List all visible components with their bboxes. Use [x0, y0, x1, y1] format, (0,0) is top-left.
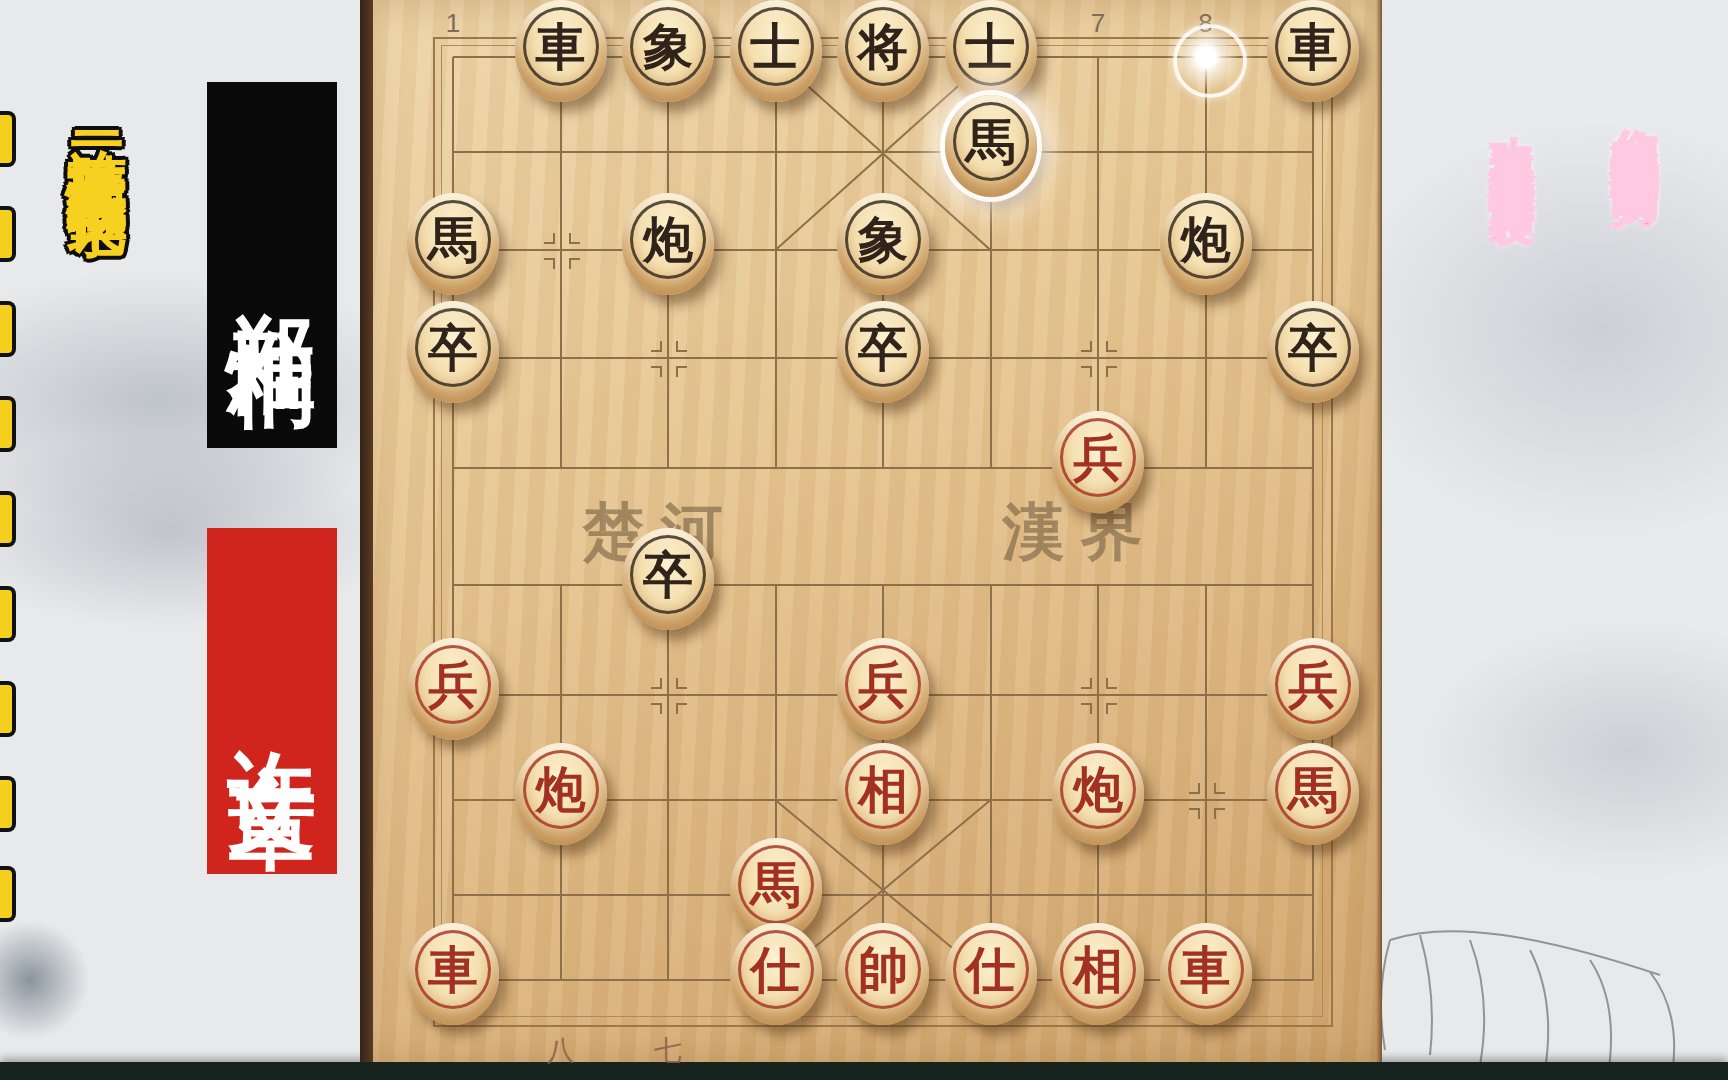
position-marker [1081, 366, 1092, 377]
piece-glyph: 炮 [1160, 215, 1252, 265]
piece-red-仕[interactable]: 仕 [945, 923, 1037, 1025]
player-name-black: 郑惟桐 [213, 241, 332, 289]
position-marker [1189, 783, 1200, 794]
piece-glyph: 象 [837, 215, 929, 265]
position-marker [676, 703, 687, 714]
piece-red-相[interactable]: 相 [1052, 923, 1144, 1025]
piece-black-象[interactable]: 象 [622, 0, 714, 102]
piece-glyph: 士 [945, 22, 1037, 72]
piece-red-帥[interactable]: 帥 [837, 923, 929, 1025]
piece-glyph: 馬 [1267, 765, 1359, 815]
piece-glyph: 兵 [407, 660, 499, 710]
piece-glyph: 象 [622, 22, 714, 72]
piece-red-兵[interactable]: 兵 [1052, 411, 1144, 513]
position-marker [1081, 341, 1092, 352]
position-marker [1214, 783, 1225, 794]
piece-red-炮[interactable]: 炮 [1052, 743, 1144, 845]
piece-glyph: 炮 [515, 765, 607, 815]
piece-glyph: 馬 [407, 215, 499, 265]
piece-glyph: 車 [407, 945, 499, 995]
clipped-caption-fragment [0, 685, 12, 733]
piece-black-卒[interactable]: 卒 [837, 301, 929, 403]
piece-glyph: 卒 [1267, 323, 1359, 373]
piece-glyph: 仕 [945, 945, 1037, 995]
piece-red-仕[interactable]: 仕 [730, 923, 822, 1025]
position-marker [651, 678, 662, 689]
caption-pink-inner: 欢迎棋迷朋友们点赞评论和转发 [1482, 102, 1542, 822]
player-name-box-red: 许文章 [207, 528, 337, 874]
piece-glyph: 将 [837, 22, 929, 72]
file-label-top-1: 1 [438, 8, 468, 39]
piece-glyph: 相 [1052, 945, 1144, 995]
file-label-bottom-2: 八 [544, 1032, 578, 1070]
piece-glyph: 兵 [1052, 433, 1144, 483]
position-marker [1081, 703, 1092, 714]
piece-black-車[interactable]: 車 [515, 0, 607, 102]
position-marker [1106, 678, 1117, 689]
player-name-red: 许文章 [213, 677, 332, 725]
willow-branch-drawing [1360, 880, 1728, 1080]
bottom-dark-band [0, 1062, 1728, 1080]
board-left-edge [360, 0, 373, 1062]
piece-black-炮[interactable]: 炮 [622, 193, 714, 295]
piece-black-象[interactable]: 象 [837, 193, 929, 295]
piece-red-相[interactable]: 相 [837, 743, 929, 845]
file-label-bottom-3: 七 [651, 1032, 685, 1070]
piece-glyph: 仕 [730, 945, 822, 995]
position-marker [569, 258, 580, 269]
piece-glyph: 馬 [730, 860, 822, 910]
position-marker [1106, 341, 1117, 352]
grid-vline-2-bottom [667, 585, 669, 980]
position-marker [676, 678, 687, 689]
position-marker [1081, 678, 1092, 689]
piece-glyph: 卒 [622, 550, 714, 600]
video-frame: 二三连胜恐怖战绩全程记录 郑惟桐 许文章 欢迎棋迷朋友们点赞评论和转发 您的关注… [0, 0, 1728, 1080]
grid-vline-6-top [1097, 57, 1099, 468]
piece-glyph: 士 [730, 22, 822, 72]
piece-black-馬[interactable]: 馬 [407, 193, 499, 295]
position-marker [676, 341, 687, 352]
piece-glyph: 炮 [622, 215, 714, 265]
piece-black-卒[interactable]: 卒 [622, 528, 714, 630]
clipped-caption-fragment [0, 115, 12, 163]
piece-black-炮[interactable]: 炮 [1160, 193, 1252, 295]
piece-glyph: 卒 [407, 323, 499, 373]
position-marker [651, 366, 662, 377]
position-marker [569, 233, 580, 244]
xiangqi-board[interactable]: 12345678八七楚河漢界車象士将士車馬馬炮象炮卒卒卒卒兵兵兵兵炮相炮馬馬車仕… [360, 0, 1382, 1062]
piece-glyph: 相 [837, 765, 929, 815]
piece-red-馬[interactable]: 馬 [1267, 743, 1359, 845]
file-label-top-7: 7 [1083, 8, 1113, 39]
piece-red-兵[interactable]: 兵 [1267, 638, 1359, 740]
clipped-caption-fragment [0, 305, 12, 353]
piece-black-卒[interactable]: 卒 [407, 301, 499, 403]
piece-glyph: 車 [1160, 945, 1252, 995]
piece-red-兵[interactable]: 兵 [837, 638, 929, 740]
piece-glyph: 兵 [1267, 660, 1359, 710]
piece-glyph: 馬 [945, 117, 1037, 167]
position-marker [651, 341, 662, 352]
grid-vline-7-bottom [1205, 585, 1207, 980]
position-marker [1106, 703, 1117, 714]
player-name-box-black: 郑惟桐 [207, 82, 337, 448]
piece-glyph: 車 [1267, 22, 1359, 72]
piece-black-馬[interactable]: 馬 [945, 95, 1037, 197]
position-marker [1106, 366, 1117, 377]
piece-red-兵[interactable]: 兵 [407, 638, 499, 740]
position-marker [651, 703, 662, 714]
position-marker [676, 366, 687, 377]
piece-glyph: 兵 [837, 660, 929, 710]
clipped-caption-fragment [0, 400, 12, 448]
piece-glyph: 帥 [837, 945, 929, 995]
grid-vline-3-top [775, 57, 777, 468]
clipped-caption-fragment [0, 210, 12, 258]
caption-pink-outer: 您的关注给予我不断前行的动力 [1603, 90, 1667, 830]
position-marker [1189, 808, 1200, 819]
ink-wash-mountain [1420, 620, 1728, 880]
board-right-edge [1376, 0, 1382, 1062]
piece-black-士[interactable]: 士 [945, 0, 1037, 102]
piece-glyph: 炮 [1052, 765, 1144, 815]
piece-red-炮[interactable]: 炮 [515, 743, 607, 845]
grid-vline-1-top [560, 57, 562, 468]
clipped-caption-fragment [0, 495, 12, 543]
position-marker [544, 258, 555, 269]
clipped-caption-fragment [0, 870, 12, 918]
grid-vline-5-bottom [990, 585, 992, 980]
piece-black-将[interactable]: 将 [837, 0, 929, 102]
clipped-caption-fragment [0, 590, 12, 638]
piece-black-車[interactable]: 車 [1267, 0, 1359, 102]
piece-black-士[interactable]: 士 [730, 0, 822, 102]
position-marker [1214, 808, 1225, 819]
piece-glyph: 卒 [837, 323, 929, 373]
piece-glyph: 車 [515, 22, 607, 72]
piece-red-車[interactable]: 車 [407, 923, 499, 1025]
position-marker [544, 233, 555, 244]
last-move-source-glow [1171, 22, 1241, 92]
ink-blot [0, 920, 90, 1040]
caption-yellow-left: 二三连胜恐怖战绩全程记录 [56, 88, 137, 908]
piece-black-卒[interactable]: 卒 [1267, 301, 1359, 403]
clipped-caption-fragment [0, 780, 12, 828]
piece-red-車[interactable]: 車 [1160, 923, 1252, 1025]
